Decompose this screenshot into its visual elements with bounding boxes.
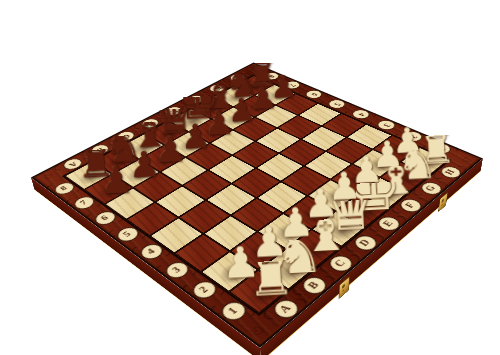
piece-white-rook-a1[interactable]: ♜ (250, 260, 292, 302)
corner-scroll-ornament: ♡ (251, 325, 268, 336)
brass-latch (338, 276, 349, 300)
corner-scroll-ornament: ♡ (41, 173, 54, 181)
brass-latch (438, 192, 448, 213)
product-photo-stage: ♡ABCDEFGH♡8♜♞♝♛♚♝♞♜87♟♟♟♟♟♟♟♟7665544332♟… (0, 0, 500, 355)
rank-label-circle: 5 (324, 98, 348, 110)
chess-board: ♡ABCDEFGH♡8♜♞♝♛♚♝♞♜87♟♟♟♟♟♟♟♟7665544332♟… (31, 63, 483, 349)
piece-black-pawn-a7[interactable]: ♟ (99, 162, 134, 197)
corner-scroll-ornament: ♡ (459, 155, 472, 163)
